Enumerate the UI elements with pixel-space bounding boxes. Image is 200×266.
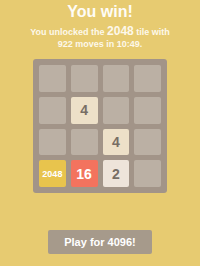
empty-cell	[134, 97, 161, 124]
board: 442048162	[33, 59, 167, 193]
subtitle-text-post: tile with	[134, 27, 170, 37]
empty-cell	[103, 97, 130, 124]
empty-cell	[103, 65, 130, 92]
subtitle-line-1: You unlocked the 2048 tile with	[0, 25, 200, 38]
empty-cell	[134, 129, 161, 156]
tile-4: 4	[71, 97, 98, 124]
empty-cell	[39, 97, 66, 124]
subtitle-line-2: 922 moves in 10:49.	[0, 38, 200, 50]
empty-cell	[71, 129, 98, 156]
empty-cell	[39, 65, 66, 92]
play-for-4096-button[interactable]: Play for 4096!	[48, 230, 152, 254]
empty-cell	[134, 160, 161, 187]
tile-2: 2	[103, 160, 130, 187]
tile-2048: 2048	[39, 160, 66, 187]
subtitle-text-pre: You unlocked the	[30, 27, 107, 37]
win-title: You win!	[0, 2, 200, 22]
subtitle-tile-2048: 2048	[107, 24, 134, 38]
empty-cell	[134, 65, 161, 92]
tile-4: 4	[103, 129, 130, 156]
win-header: You win! You unlocked the 2048 tile with…	[0, 2, 200, 50]
empty-cell	[39, 129, 66, 156]
empty-cell	[71, 65, 98, 92]
tile-16: 16	[71, 160, 98, 187]
win-subtitle: You unlocked the 2048 tile with 922 move…	[0, 25, 200, 50]
